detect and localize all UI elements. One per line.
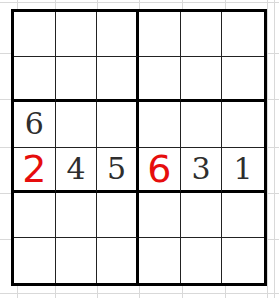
cell-r2c1[interactable] bbox=[14, 57, 56, 102]
cell-r1c2[interactable] bbox=[56, 12, 98, 57]
cell-r4c6[interactable]: 1 bbox=[222, 148, 264, 193]
given-digit: 1 bbox=[234, 154, 253, 184]
cell-r4c4[interactable]: 6 bbox=[139, 148, 181, 193]
background-gridline-vertical bbox=[274, 0, 275, 298]
cell-r4c3[interactable]: 5 bbox=[97, 148, 139, 193]
cell-r2c4[interactable] bbox=[139, 57, 181, 102]
cell-r5c4[interactable] bbox=[139, 193, 181, 238]
cell-r5c5[interactable] bbox=[181, 193, 223, 238]
cell-r6c3[interactable] bbox=[97, 238, 139, 283]
background-gridline-vertical bbox=[267, 0, 268, 298]
cell-r3c4[interactable] bbox=[139, 102, 181, 147]
background-gridline-horizontal bbox=[0, 293, 279, 294]
cell-r5c2[interactable] bbox=[56, 193, 98, 238]
entered-digit: 2 bbox=[22, 150, 46, 188]
cell-r6c1[interactable] bbox=[14, 238, 56, 283]
cell-r6c5[interactable] bbox=[181, 238, 223, 283]
cell-r1c3[interactable] bbox=[97, 12, 139, 57]
sudoku-board: 6245631 bbox=[11, 9, 267, 286]
cell-r4c5[interactable]: 3 bbox=[181, 148, 223, 193]
cell-r1c6[interactable] bbox=[222, 12, 264, 57]
cell-r2c2[interactable] bbox=[56, 57, 98, 102]
cell-r1c1[interactable] bbox=[14, 12, 56, 57]
cell-r3c5[interactable] bbox=[181, 102, 223, 147]
cell-r3c6[interactable] bbox=[222, 102, 264, 147]
given-digit: 5 bbox=[107, 154, 126, 184]
cell-r3c2[interactable] bbox=[56, 102, 98, 147]
given-digit: 3 bbox=[191, 154, 210, 184]
cell-r3c3[interactable] bbox=[97, 102, 139, 147]
sudoku-screenshot: 6245631 bbox=[0, 0, 279, 298]
cell-r5c1[interactable] bbox=[14, 193, 56, 238]
cell-r4c1[interactable]: 2 bbox=[14, 148, 56, 193]
cell-r3c1[interactable]: 6 bbox=[14, 102, 56, 147]
cell-r4c2[interactable]: 4 bbox=[56, 148, 98, 193]
given-digit: 6 bbox=[25, 109, 44, 139]
cell-r5c3[interactable] bbox=[97, 193, 139, 238]
cell-r6c6[interactable] bbox=[222, 238, 264, 283]
cell-r2c6[interactable] bbox=[222, 57, 264, 102]
cell-r6c4[interactable] bbox=[139, 238, 181, 283]
cell-r2c5[interactable] bbox=[181, 57, 223, 102]
cell-r2c3[interactable] bbox=[97, 57, 139, 102]
entered-digit: 6 bbox=[147, 150, 171, 188]
cell-r1c4[interactable] bbox=[139, 12, 181, 57]
cell-r1c5[interactable] bbox=[181, 12, 223, 57]
background-gridline-horizontal bbox=[0, 2, 279, 3]
cell-r6c2[interactable] bbox=[56, 238, 98, 283]
given-digit: 4 bbox=[66, 154, 85, 184]
cell-r5c6[interactable] bbox=[222, 193, 264, 238]
